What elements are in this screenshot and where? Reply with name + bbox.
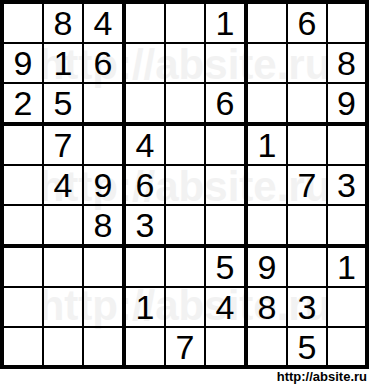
cell-r9c1[interactable] [4,328,44,365]
cell-r5c2[interactable]: 4 [44,166,84,206]
cell-r7c6[interactable]: 5 [206,248,248,288]
cell-r6c4[interactable]: 3 [126,206,166,248]
cell-r9c8[interactable]: 5 [288,328,328,365]
cell-r6c9[interactable] [328,206,365,248]
cell-r3c6[interactable]: 6 [206,84,248,126]
cell-r9c3[interactable] [84,328,126,365]
cell-r7c4[interactable] [126,248,166,288]
cell-r8c4[interactable]: 1 [126,288,166,328]
cell-r8c2[interactable] [44,288,84,328]
cell-r2c9[interactable]: 8 [328,44,365,84]
cell-r4c7[interactable]: 1 [248,126,288,166]
sudoku-grid: 8416916825697414967383591148375 [4,4,365,365]
cell-r9c9[interactable] [328,328,365,365]
cell-r2c7[interactable] [248,44,288,84]
cell-r1c6[interactable]: 1 [206,4,248,44]
cell-r8c5[interactable] [166,288,206,328]
cell-r2c2[interactable]: 1 [44,44,84,84]
cell-r7c5[interactable] [166,248,206,288]
cell-r5c5[interactable] [166,166,206,206]
cell-r9c4[interactable] [126,328,166,365]
cell-r2c8[interactable] [288,44,328,84]
cell-r8c3[interactable] [84,288,126,328]
cell-r2c4[interactable] [126,44,166,84]
cell-r4c1[interactable] [4,126,44,166]
cell-r6c8[interactable] [288,206,328,248]
cell-r7c8[interactable] [288,248,328,288]
cell-r1c7[interactable] [248,4,288,44]
cell-r5c9[interactable]: 3 [328,166,365,206]
cell-r5c3[interactable]: 9 [84,166,126,206]
cell-r6c1[interactable] [4,206,44,248]
cell-r2c3[interactable]: 6 [84,44,126,84]
cell-r5c1[interactable] [4,166,44,206]
cell-r5c6[interactable] [206,166,248,206]
cell-r4c8[interactable] [288,126,328,166]
cell-r5c8[interactable]: 7 [288,166,328,206]
cell-r1c4[interactable] [126,4,166,44]
cell-r2c5[interactable] [166,44,206,84]
cell-r4c4[interactable]: 4 [126,126,166,166]
cell-r2c1[interactable]: 9 [4,44,44,84]
cell-r3c2[interactable]: 5 [44,84,84,126]
cell-r7c3[interactable] [84,248,126,288]
cell-r9c6[interactable] [206,328,248,365]
cell-r3c7[interactable] [248,84,288,126]
cell-r1c2[interactable]: 8 [44,4,84,44]
cell-r8c8[interactable]: 3 [288,288,328,328]
cell-r1c5[interactable] [166,4,206,44]
cell-r4c9[interactable] [328,126,365,166]
cell-r8c7[interactable]: 8 [248,288,288,328]
cell-r6c6[interactable] [206,206,248,248]
cell-r3c8[interactable] [288,84,328,126]
cell-r3c9[interactable]: 9 [328,84,365,126]
cell-r5c4[interactable]: 6 [126,166,166,206]
sudoku-board: http://absite.ru http://absite.ru http:/… [0,0,369,369]
cell-r4c6[interactable] [206,126,248,166]
cell-r5c7[interactable] [248,166,288,206]
cell-r1c3[interactable]: 4 [84,4,126,44]
cell-r7c2[interactable] [44,248,84,288]
cell-r9c7[interactable] [248,328,288,365]
cell-r7c7[interactable]: 9 [248,248,288,288]
cell-r8c9[interactable] [328,288,365,328]
cell-r2c6[interactable] [206,44,248,84]
footer-bar: http://absite.ru [0,369,369,384]
sudoku-page: http://absite.ru http://absite.ru http:/… [0,0,369,384]
footer-site-url: http://absite.ru [277,370,369,383]
cell-r7c1[interactable] [4,248,44,288]
cell-r3c4[interactable] [126,84,166,126]
cell-r7c9[interactable]: 1 [328,248,365,288]
cell-r6c5[interactable] [166,206,206,248]
cell-r9c5[interactable]: 7 [166,328,206,365]
cell-r4c3[interactable] [84,126,126,166]
cell-r3c1[interactable]: 2 [4,84,44,126]
cell-r3c3[interactable] [84,84,126,126]
cell-r3c5[interactable] [166,84,206,126]
cell-r8c6[interactable]: 4 [206,288,248,328]
cell-r6c3[interactable]: 8 [84,206,126,248]
cell-r1c1[interactable] [4,4,44,44]
cell-r6c2[interactable] [44,206,84,248]
cell-r4c5[interactable] [166,126,206,166]
cell-r9c2[interactable] [44,328,84,365]
cell-r1c8[interactable]: 6 [288,4,328,44]
cell-r6c7[interactable] [248,206,288,248]
cell-r8c1[interactable] [4,288,44,328]
cell-r1c9[interactable] [328,4,365,44]
cell-r4c2[interactable]: 7 [44,126,84,166]
